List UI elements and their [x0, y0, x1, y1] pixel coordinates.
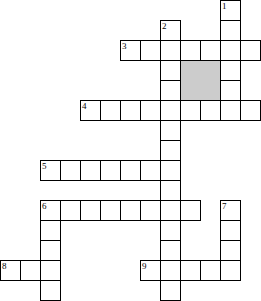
cell-r2c12[interactable]: [240, 40, 261, 61]
cell-r4c8[interactable]: [160, 80, 181, 101]
cell-r13c1[interactable]: [20, 260, 41, 281]
cell-r4c11[interactable]: [220, 80, 241, 101]
cell-r14c8[interactable]: [160, 280, 181, 301]
cell-r8c8[interactable]: [160, 160, 181, 181]
cell-r2c6[interactable]: [120, 40, 141, 61]
cell-r9c8[interactable]: [160, 180, 181, 201]
cell-r12c11[interactable]: [220, 240, 241, 261]
cell-r13c7[interactable]: [140, 260, 161, 281]
cell-r8c3[interactable]: [60, 160, 81, 181]
cell-r8c7[interactable]: [140, 160, 161, 181]
cell-r10c8[interactable]: [160, 200, 181, 221]
cell-r2c11[interactable]: [220, 40, 241, 61]
cell-r2c7[interactable]: [140, 40, 161, 61]
cell-r0c11[interactable]: [220, 0, 241, 21]
cell-r1c11[interactable]: [220, 20, 241, 41]
shaded-block: [180, 60, 221, 101]
cell-r10c5[interactable]: [100, 200, 121, 221]
cell-r13c0[interactable]: [0, 260, 21, 281]
cell-r13c10[interactable]: [200, 260, 221, 281]
cell-r8c2[interactable]: [40, 160, 61, 181]
cell-r11c8[interactable]: [160, 220, 181, 241]
cell-r14c2[interactable]: [40, 280, 61, 301]
cell-r5c5[interactable]: [100, 100, 121, 121]
cell-r10c4[interactable]: [80, 200, 101, 221]
cell-r13c2[interactable]: [40, 260, 61, 281]
cell-r13c11[interactable]: [220, 260, 241, 281]
cell-r12c2[interactable]: [40, 240, 61, 261]
cell-r5c11[interactable]: [220, 100, 241, 121]
cell-r5c6[interactable]: [120, 100, 141, 121]
cell-r2c9[interactable]: [180, 40, 201, 61]
cell-r10c6[interactable]: [120, 200, 141, 221]
cell-r1c8[interactable]: [160, 20, 181, 41]
cell-r8c6[interactable]: [120, 160, 141, 181]
cell-r10c7[interactable]: [140, 200, 161, 221]
cell-r5c7[interactable]: [140, 100, 161, 121]
cell-r2c8[interactable]: [160, 40, 181, 61]
cell-r5c4[interactable]: [80, 100, 101, 121]
cell-r10c2[interactable]: [40, 200, 61, 221]
cell-r3c8[interactable]: [160, 60, 181, 81]
cell-r10c11[interactable]: [220, 200, 241, 221]
cell-r10c3[interactable]: [60, 200, 81, 221]
cell-r3c11[interactable]: [220, 60, 241, 81]
cell-r8c5[interactable]: [100, 160, 121, 181]
cell-r12c8[interactable]: [160, 240, 181, 261]
cell-r2c10[interactable]: [200, 40, 221, 61]
cell-r13c8[interactable]: [160, 260, 181, 281]
cell-r5c12[interactable]: [240, 100, 261, 121]
cell-r5c8[interactable]: [160, 100, 181, 121]
cell-r10c9[interactable]: [180, 200, 201, 221]
cell-r7c8[interactable]: [160, 140, 181, 161]
crossword-board: 123456789: [0, 0, 261, 301]
cell-r11c2[interactable]: [40, 220, 61, 241]
cell-r11c11[interactable]: [220, 220, 241, 241]
cell-r13c9[interactable]: [180, 260, 201, 281]
cell-r5c9[interactable]: [180, 100, 201, 121]
cell-r8c4[interactable]: [80, 160, 101, 181]
cell-r5c10[interactable]: [200, 100, 221, 121]
cell-r6c8[interactable]: [160, 120, 181, 141]
